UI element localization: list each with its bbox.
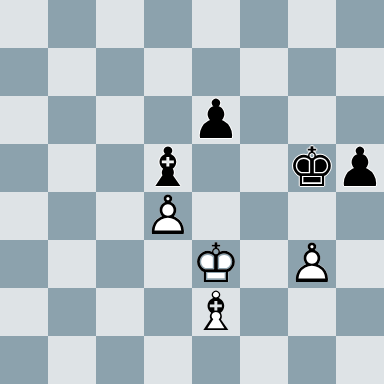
black-bishop-piece[interactable]: ♝ [144, 144, 192, 192]
square-d4[interactable]: ♟♙ [144, 192, 192, 240]
square-a6[interactable] [0, 96, 48, 144]
square-g2[interactable] [288, 288, 336, 336]
white-bishop-piece[interactable]: ♝♗ [192, 288, 240, 336]
square-e5[interactable] [192, 144, 240, 192]
square-b7[interactable] [48, 48, 96, 96]
square-d2[interactable] [144, 288, 192, 336]
square-e6[interactable]: ♟ [192, 96, 240, 144]
square-d8[interactable] [144, 0, 192, 48]
square-e8[interactable] [192, 0, 240, 48]
square-a5[interactable] [0, 144, 48, 192]
chess-board: ♟♝♚♟♟♙♚♔♟♙♝♗ [0, 0, 384, 384]
square-c8[interactable] [96, 0, 144, 48]
square-d1[interactable] [144, 336, 192, 384]
square-e3[interactable]: ♚♔ [192, 240, 240, 288]
square-a1[interactable] [0, 336, 48, 384]
square-b3[interactable] [48, 240, 96, 288]
bishop-glyph: ♝ [144, 144, 192, 192]
square-g7[interactable] [288, 48, 336, 96]
square-h5[interactable]: ♟ [336, 144, 384, 192]
square-g8[interactable] [288, 0, 336, 48]
square-e2[interactable]: ♝♗ [192, 288, 240, 336]
square-c4[interactable] [96, 192, 144, 240]
square-h2[interactable] [336, 288, 384, 336]
square-f3[interactable] [240, 240, 288, 288]
king-glyph: ♚ [192, 240, 240, 288]
square-h6[interactable] [336, 96, 384, 144]
square-a4[interactable] [0, 192, 48, 240]
pawn-outline-glyph: ♙ [288, 240, 336, 288]
square-c6[interactable] [96, 96, 144, 144]
square-b4[interactable] [48, 192, 96, 240]
king-outline-glyph: ♔ [192, 240, 240, 288]
square-c2[interactable] [96, 288, 144, 336]
square-a8[interactable] [0, 0, 48, 48]
bishop-glyph: ♝ [192, 288, 240, 336]
square-b2[interactable] [48, 288, 96, 336]
square-a3[interactable] [0, 240, 48, 288]
square-a7[interactable] [0, 48, 48, 96]
white-king-piece[interactable]: ♚♔ [192, 240, 240, 288]
pawn-glyph: ♟ [336, 144, 384, 192]
square-h4[interactable] [336, 192, 384, 240]
pawn-glyph: ♟ [144, 192, 192, 240]
square-e7[interactable] [192, 48, 240, 96]
square-f5[interactable] [240, 144, 288, 192]
square-h3[interactable] [336, 240, 384, 288]
square-a2[interactable] [0, 288, 48, 336]
square-b8[interactable] [48, 0, 96, 48]
square-c3[interactable] [96, 240, 144, 288]
square-f2[interactable] [240, 288, 288, 336]
black-pawn-piece[interactable]: ♟ [192, 96, 240, 144]
square-g5[interactable]: ♚ [288, 144, 336, 192]
square-b5[interactable] [48, 144, 96, 192]
square-e4[interactable] [192, 192, 240, 240]
king-glyph: ♚ [288, 144, 336, 192]
white-pawn-piece[interactable]: ♟♙ [144, 192, 192, 240]
square-d3[interactable] [144, 240, 192, 288]
square-g6[interactable] [288, 96, 336, 144]
square-f4[interactable] [240, 192, 288, 240]
square-b6[interactable] [48, 96, 96, 144]
square-g3[interactable]: ♟♙ [288, 240, 336, 288]
square-f8[interactable] [240, 0, 288, 48]
square-g1[interactable] [288, 336, 336, 384]
square-f6[interactable] [240, 96, 288, 144]
square-d7[interactable] [144, 48, 192, 96]
square-f1[interactable] [240, 336, 288, 384]
square-e1[interactable] [192, 336, 240, 384]
pawn-outline-glyph: ♙ [144, 192, 192, 240]
pawn-glyph: ♟ [288, 240, 336, 288]
square-d5[interactable]: ♝ [144, 144, 192, 192]
black-pawn-piece[interactable]: ♟ [336, 144, 384, 192]
square-c5[interactable] [96, 144, 144, 192]
black-king-piece[interactable]: ♚ [288, 144, 336, 192]
square-h7[interactable] [336, 48, 384, 96]
bishop-outline-glyph: ♗ [192, 288, 240, 336]
square-h1[interactable] [336, 336, 384, 384]
square-f7[interactable] [240, 48, 288, 96]
square-b1[interactable] [48, 336, 96, 384]
square-c1[interactable] [96, 336, 144, 384]
square-h8[interactable] [336, 0, 384, 48]
square-g4[interactable] [288, 192, 336, 240]
pawn-glyph: ♟ [192, 96, 240, 144]
square-d6[interactable] [144, 96, 192, 144]
square-c7[interactable] [96, 48, 144, 96]
white-pawn-piece[interactable]: ♟♙ [288, 240, 336, 288]
